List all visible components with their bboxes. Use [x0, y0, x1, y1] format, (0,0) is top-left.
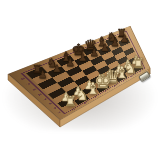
- rank-label: 2: [53, 107, 58, 110]
- rank-label: 8: [20, 77, 26, 81]
- chess-set-photo: 87654321hgfedcba ♜♞♝♛♚♝♞♜♟♟♟♟♟♟♟♟♟♟♟♟♟♟♟…: [0, 0, 160, 160]
- piece-black-pawn[interactable]: ♟: [120, 34, 129, 44]
- piece-black-pawn[interactable]: ♟: [100, 42, 109, 52]
- rank-label: 7: [26, 83, 32, 86]
- rank-label: 6: [32, 88, 37, 91]
- piece-white-knight[interactable]: ♞: [75, 88, 88, 103]
- piece-black-pawn[interactable]: ♟: [89, 47, 98, 57]
- rank-label: 3: [48, 102, 53, 105]
- rank-label: 5: [37, 93, 42, 96]
- piece-white-rook[interactable]: ♜: [64, 95, 76, 109]
- piece-black-pawn[interactable]: ♟: [110, 38, 119, 48]
- piece-black-pawn[interactable]: ♟: [52, 64, 61, 74]
- piece-black-pawn[interactable]: ♟: [78, 52, 87, 62]
- piece-black-pawn[interactable]: ♟: [66, 58, 75, 68]
- rank-label: 4: [43, 98, 48, 101]
- rank-label: 1: [57, 111, 61, 114]
- piece-black-pawn[interactable]: ♟: [38, 70, 47, 80]
